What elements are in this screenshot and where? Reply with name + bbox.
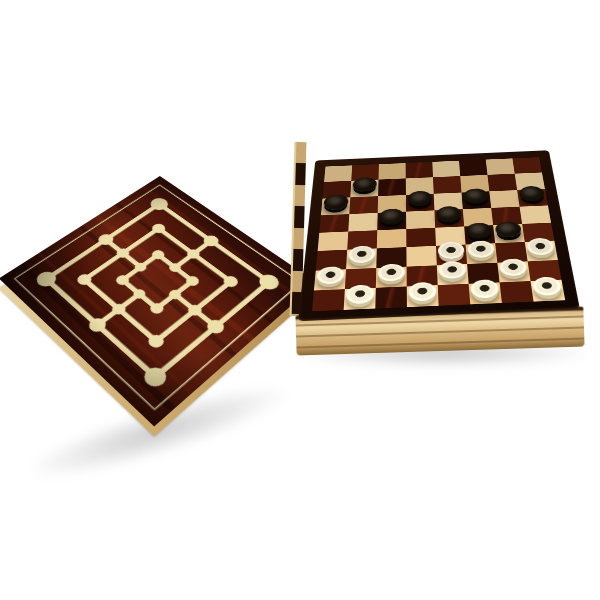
square-r6c6[interactable] — [466, 243, 498, 263]
square-r5c4[interactable] — [406, 228, 436, 248]
square-r1c4[interactable] — [406, 162, 433, 179]
product-photo-scene — [0, 0, 600, 600]
checker-piece-black[interactable] — [466, 222, 493, 239]
square-r3c1[interactable] — [321, 197, 350, 215]
square-r4c8[interactable] — [520, 205, 552, 224]
square-r4c5[interactable] — [434, 209, 464, 228]
checker-piece-black[interactable] — [408, 191, 433, 207]
square-r8c6[interactable] — [469, 282, 502, 304]
checker-piece-white[interactable] — [378, 263, 405, 282]
square-r1c8[interactable] — [512, 157, 542, 174]
checker-piece-black[interactable] — [463, 188, 489, 204]
checker-piece-white[interactable] — [438, 242, 465, 260]
square-r3c2[interactable] — [349, 196, 378, 214]
checker-piece-white[interactable] — [467, 241, 495, 259]
square-r1c6[interactable] — [459, 160, 487, 177]
square-r5c3[interactable] — [377, 229, 407, 249]
checker-piece-black[interactable] — [494, 221, 522, 238]
checkers-grid — [312, 157, 565, 311]
square-r3c7[interactable] — [489, 190, 519, 208]
checker-piece-white[interactable] — [526, 238, 555, 256]
square-r8c8[interactable] — [530, 280, 565, 302]
square-r7c7[interactable] — [497, 261, 530, 282]
square-r8c2[interactable] — [344, 288, 376, 310]
checker-piece-black[interactable] — [518, 186, 545, 202]
checker-piece-white[interactable] — [499, 258, 528, 276]
square-r2c3[interactable] — [378, 179, 406, 196]
square-r1c3[interactable] — [379, 163, 406, 180]
checker-piece-white[interactable] — [438, 261, 466, 279]
square-r4c4[interactable] — [406, 210, 435, 229]
square-r8c1[interactable] — [312, 289, 345, 311]
square-r6c2[interactable] — [346, 249, 377, 269]
square-r5c7[interactable] — [493, 224, 525, 243]
checker-piece-white[interactable] — [470, 279, 499, 298]
square-r3c8[interactable] — [517, 189, 548, 207]
checker-piece-white[interactable] — [316, 266, 344, 285]
square-r6c4[interactable] — [406, 246, 436, 266]
square-r4c2[interactable] — [348, 213, 377, 232]
checker-piece-white[interactable] — [532, 276, 562, 295]
square-r4c1[interactable] — [319, 214, 349, 233]
square-r8c3[interactable] — [375, 286, 407, 308]
square-r8c4[interactable] — [407, 285, 439, 307]
square-r1c1[interactable] — [324, 165, 352, 182]
square-r2c2[interactable] — [350, 180, 378, 197]
square-r1c5[interactable] — [432, 161, 460, 178]
square-r7c1[interactable] — [314, 269, 346, 290]
checker-piece-white[interactable] — [409, 282, 437, 301]
checker-piece-white[interactable] — [348, 246, 375, 264]
checker-piece-black[interactable] — [323, 194, 349, 210]
square-r8c7[interactable] — [500, 281, 534, 303]
square-r7c3[interactable] — [376, 266, 407, 287]
checker-piece-black[interactable] — [436, 206, 462, 222]
checker-piece-black[interactable] — [352, 177, 377, 192]
square-r3c4[interactable] — [406, 193, 435, 211]
checker-piece-black[interactable] — [379, 208, 404, 224]
square-r3c6[interactable] — [461, 191, 491, 209]
checker-piece-white[interactable] — [346, 284, 374, 303]
square-r2c7[interactable] — [487, 174, 517, 191]
square-r1c7[interactable] — [486, 158, 515, 175]
checkers-frame — [298, 150, 580, 321]
square-r8c5[interactable] — [438, 284, 471, 306]
square-r4c3[interactable] — [377, 211, 406, 230]
square-r7c5[interactable] — [437, 264, 469, 285]
square-r6c8[interactable] — [525, 241, 558, 261]
square-r5c1[interactable] — [318, 232, 349, 252]
square-r2c5[interactable] — [433, 176, 461, 193]
checkers-board — [298, 150, 580, 321]
